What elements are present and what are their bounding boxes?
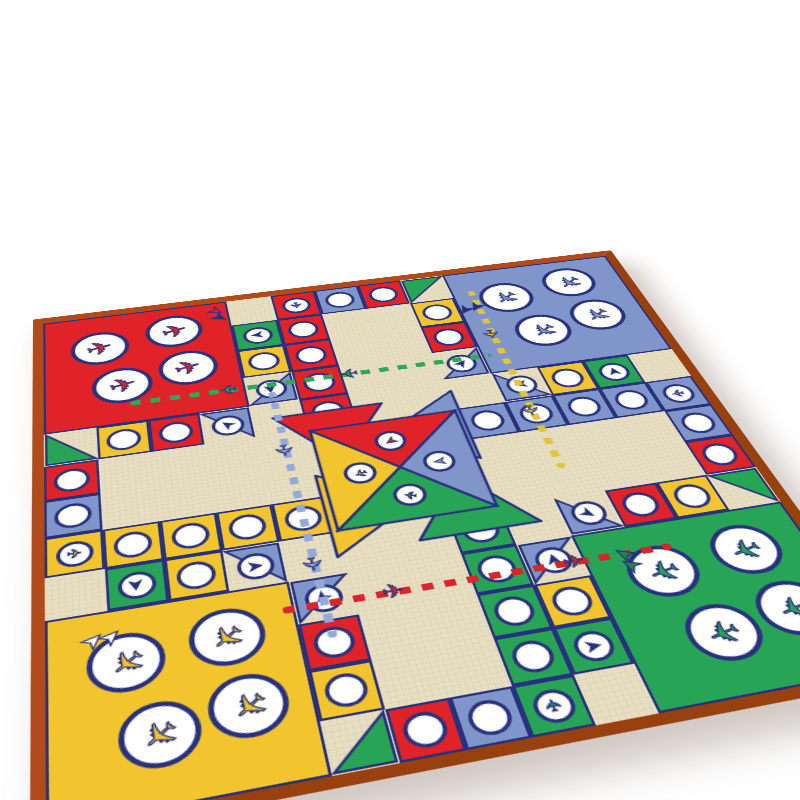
yellow-plane-emblem: ✈ bbox=[205, 668, 296, 745]
landing-circle bbox=[311, 624, 359, 661]
landing-circle bbox=[547, 584, 598, 618]
turn-arrow-icon-glyph: ➤ bbox=[127, 578, 146, 592]
turn-arrow-icon-glyph: ➤ bbox=[578, 505, 598, 520]
landing-circle bbox=[170, 521, 211, 552]
landing-circle bbox=[548, 367, 589, 389]
turn-arrow-icon-glyph: ➤ bbox=[263, 384, 280, 393]
yellow-plane-icon: ✈ bbox=[201, 618, 254, 657]
yellow-plane-emblem: ✈ bbox=[86, 627, 169, 698]
landing-circle bbox=[617, 490, 664, 519]
yellow-plane-icon: ✈ bbox=[99, 642, 154, 683]
turn-arrow-icon-glyph: ➤ bbox=[542, 553, 564, 566]
landing-circle bbox=[54, 466, 91, 494]
turn-arrow-icon-glyph: ➤ bbox=[582, 637, 604, 654]
landing-circle bbox=[467, 408, 508, 432]
red-plane-emblem: ✈ bbox=[91, 364, 155, 406]
green-goal-circle: ✈ bbox=[390, 482, 430, 508]
landing-circle bbox=[610, 388, 653, 411]
yellow-plane-icon: ✈ bbox=[221, 683, 277, 726]
yellow-start-plane-icon-glyph: ✈ bbox=[67, 546, 82, 560]
landing-circle bbox=[697, 441, 743, 467]
green-start-plane-icon-glyph: ✈ bbox=[541, 697, 566, 714]
landing-circle bbox=[458, 515, 504, 545]
red-track-cell bbox=[148, 413, 204, 451]
blue-start-plane-icon-glyph: ✈ bbox=[669, 388, 687, 398]
red-plane-emblem: ✈ bbox=[156, 348, 220, 389]
blue-start-plane-icon: ✈ bbox=[657, 382, 699, 404]
blue-goal-circle: ➤ bbox=[420, 449, 459, 474]
red-plane-icon: ✈ bbox=[105, 373, 141, 397]
landing-circle bbox=[293, 345, 329, 366]
landing-circle bbox=[419, 303, 455, 322]
green-goal-icon: ✈ bbox=[403, 489, 418, 500]
red-plane-icon: ✈ bbox=[157, 320, 191, 341]
turn-arrow-icon-glyph: ➤ bbox=[452, 358, 471, 368]
blue-plane-icon: ✈ bbox=[487, 288, 525, 308]
landing-circle bbox=[301, 371, 338, 394]
landing-circle bbox=[463, 697, 517, 739]
turn-arrow-icon: ➤ bbox=[116, 569, 156, 601]
landing-circle bbox=[246, 351, 281, 372]
yellow-track-cell bbox=[96, 420, 151, 459]
landing-circle bbox=[563, 395, 605, 419]
landing-circle bbox=[227, 512, 269, 542]
landing-circle bbox=[113, 529, 153, 560]
yellow-home-cell bbox=[271, 496, 336, 541]
green-plane-emblem: ✈ bbox=[699, 521, 795, 580]
blue-plane-emblem: ✈ bbox=[562, 297, 633, 333]
landing-circle bbox=[175, 559, 217, 592]
red-home-cell bbox=[299, 393, 358, 430]
blue-plane-emblem: ✈ bbox=[473, 281, 541, 316]
red-plane-emblem: ✈ bbox=[70, 329, 131, 368]
red-start-plane-icon-glyph: ✈ bbox=[288, 301, 303, 309]
landing-circle bbox=[399, 709, 452, 752]
green-tri-cell bbox=[320, 709, 400, 776]
blue-goal-icon: ➤ bbox=[431, 456, 447, 467]
green-plane-emblem: ✈ bbox=[617, 541, 712, 602]
blue-shortcut-path-plane-icon: ✈ bbox=[272, 443, 298, 458]
yellow-goal-icon: ✈ bbox=[351, 467, 370, 480]
green-plane-icon: ✈ bbox=[697, 612, 750, 651]
turn-arrow-icon-glyph: ➤ bbox=[217, 419, 237, 431]
flying-chess-mat: ✈✈✈✈✈✈✈✈✈✈✈✈✈✈✈✈➤➤➤➤➤➤➤➤➤➤➤➤✈✈✈✈➤➤✈✈✈✈✈✈… bbox=[30, 250, 800, 800]
landing-circle bbox=[676, 411, 721, 436]
turn-arrow-icon-glyph: ➤ bbox=[513, 379, 529, 389]
landing-circle bbox=[322, 670, 372, 710]
landing-circle bbox=[516, 402, 558, 426]
yellow-plane-emblem: ✈ bbox=[116, 695, 205, 775]
turn-arrow-icon: ➤ bbox=[241, 326, 274, 346]
blue-shortcut-path-plane-icon: ✈ bbox=[298, 555, 327, 574]
turn-arrow-icon-glyph: ➤ bbox=[251, 331, 265, 340]
landing-circle bbox=[282, 504, 324, 534]
yellow-start-plane-icon: ✈ bbox=[55, 538, 93, 569]
landing-circle bbox=[507, 638, 559, 676]
red-goal-circle: ➤ bbox=[372, 429, 410, 453]
blue-plane-icon: ✈ bbox=[578, 304, 616, 324]
landing-circle bbox=[158, 420, 195, 445]
landing-circle bbox=[323, 291, 357, 310]
red-plane-emblem: ✈ bbox=[144, 313, 205, 350]
landing-circle bbox=[490, 594, 540, 629]
yellow-start-cell: ✈ bbox=[44, 530, 104, 579]
blue-plane-icon: ✈ bbox=[551, 273, 588, 292]
turn-arrow-icon-glyph: ➤ bbox=[246, 559, 263, 574]
green-plane-icon: ✈ bbox=[639, 553, 689, 588]
landing-circle bbox=[366, 285, 400, 303]
turn-arrow-icon-glyph: ➤ bbox=[311, 590, 335, 607]
turn-arrow-icon: ➤ bbox=[594, 361, 634, 382]
blue-plane-icon: ✈ bbox=[524, 319, 563, 340]
landing-circle bbox=[473, 553, 521, 586]
photo-backdrop: ✈✈✈✈✈✈✈✈✈✈✈✈✈✈✈✈➤➤➤➤➤➤➤➤➤➤➤➤✈✈✈✈➤➤✈✈✈✈✈✈… bbox=[0, 0, 800, 800]
landing-circle bbox=[54, 501, 92, 530]
green-plane-icon: ✈ bbox=[768, 589, 800, 626]
landing-circle bbox=[309, 399, 347, 423]
red-shortcut-path-plane-icon: ✈ bbox=[379, 580, 406, 602]
green-start-plane-icon: ✈ bbox=[527, 686, 580, 726]
red-plane-icon: ✈ bbox=[170, 356, 206, 379]
landing-circle bbox=[430, 327, 467, 347]
red-plane-icon: ✈ bbox=[83, 337, 117, 359]
landing-circle bbox=[106, 427, 142, 452]
turn-arrow-icon: ➤ bbox=[568, 628, 619, 664]
red-goal-icon: ➤ bbox=[381, 435, 400, 447]
yellow-plane-icon: ✈ bbox=[131, 711, 189, 757]
landing-circle bbox=[668, 482, 716, 510]
yellow-base: ✈✈✈✈ bbox=[45, 582, 332, 800]
blue-plane-emblem: ✈ bbox=[535, 266, 603, 299]
blue-tri-cell: ➤ bbox=[243, 372, 299, 407]
yellow-goal-circle: ✈ bbox=[341, 460, 380, 485]
red-start-plane-icon: ✈ bbox=[280, 296, 312, 314]
turn-triangle bbox=[320, 709, 400, 776]
blue-plane-emblem: ✈ bbox=[508, 312, 579, 349]
yellow-plane-emblem: ✈ bbox=[186, 604, 271, 672]
blue-tri-cell: ➤ bbox=[199, 407, 256, 445]
green-plane-icon: ✈ bbox=[722, 533, 772, 566]
landing-circle bbox=[286, 320, 321, 340]
turn-arrow-icon-glyph: ➤ bbox=[604, 367, 622, 376]
